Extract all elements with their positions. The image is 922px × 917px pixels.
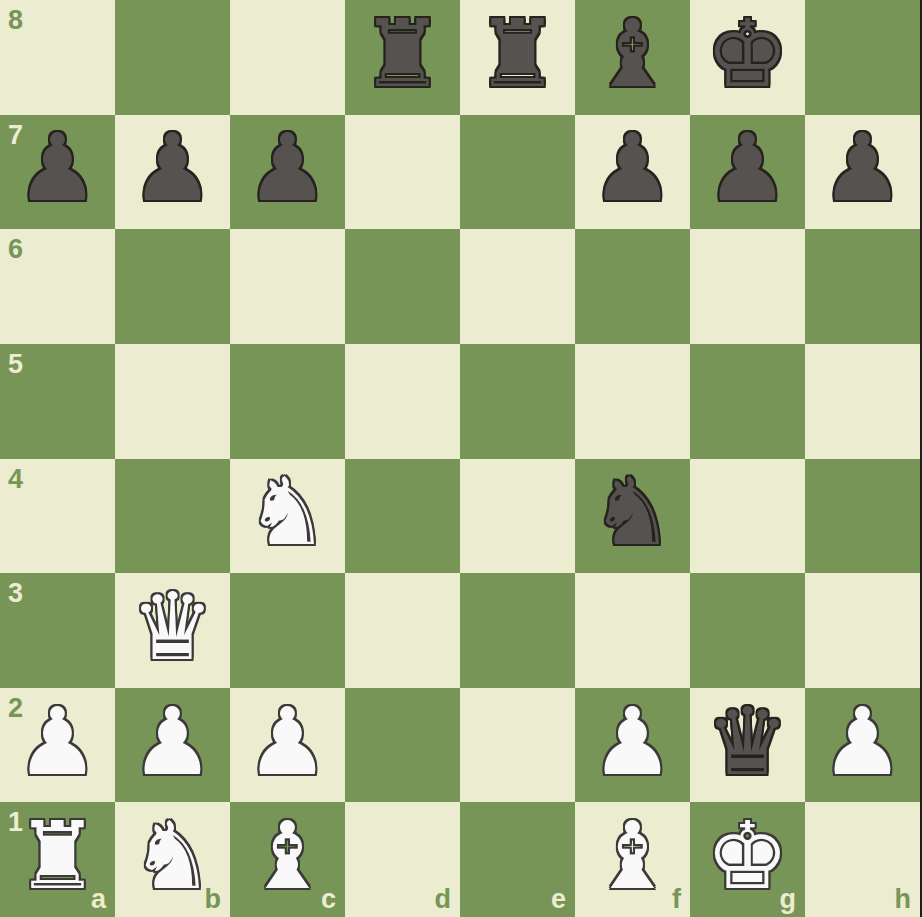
piece-black-bishop-f8[interactable]: ♝: [575, 0, 690, 115]
square-d7[interactable]: [345, 115, 460, 230]
square-g1[interactable]: g♚: [690, 802, 805, 917]
piece-black-king-g8[interactable]: ♚: [690, 0, 805, 115]
piece-white-pawn-h2[interactable]: ♟: [805, 688, 920, 803]
square-c4[interactable]: ♞: [230, 459, 345, 574]
square-d5[interactable]: [345, 344, 460, 459]
square-c7[interactable]: ♟: [230, 115, 345, 230]
rank-label-5: 5: [8, 351, 23, 378]
square-b7[interactable]: ♟: [115, 115, 230, 230]
piece-black-rook-e8[interactable]: ♜: [460, 0, 575, 115]
file-label-h: h: [895, 886, 912, 913]
square-b8[interactable]: [115, 0, 230, 115]
square-g4[interactable]: [690, 459, 805, 574]
piece-white-knight-b1[interactable]: ♞: [115, 802, 230, 917]
piece-white-bishop-c1[interactable]: ♝: [230, 802, 345, 917]
square-a6[interactable]: 6: [0, 229, 115, 344]
square-g3[interactable]: [690, 573, 805, 688]
square-f6[interactable]: [575, 229, 690, 344]
square-b4[interactable]: [115, 459, 230, 574]
square-d6[interactable]: [345, 229, 460, 344]
chess-app-stage: 8♜♜♝♚7♟♟♟♟♟♟654♞♞3♛2♟♟♟♟♛♟1a♜b♞c♝def♝g♚h: [0, 0, 922, 917]
piece-black-pawn-f7[interactable]: ♟: [575, 115, 690, 230]
piece-white-knight-c4[interactable]: ♞: [230, 459, 345, 574]
square-d3[interactable]: [345, 573, 460, 688]
piece-white-pawn-c2[interactable]: ♟: [230, 688, 345, 803]
square-g2[interactable]: ♛: [690, 688, 805, 803]
square-c5[interactable]: [230, 344, 345, 459]
square-e1[interactable]: e: [460, 802, 575, 917]
piece-white-pawn-f2[interactable]: ♟: [575, 688, 690, 803]
piece-black-pawn-h7[interactable]: ♟: [805, 115, 920, 230]
piece-white-bishop-f1[interactable]: ♝: [575, 802, 690, 917]
square-f4[interactable]: ♞: [575, 459, 690, 574]
square-c3[interactable]: [230, 573, 345, 688]
square-f5[interactable]: [575, 344, 690, 459]
piece-black-pawn-b7[interactable]: ♟: [115, 115, 230, 230]
square-f2[interactable]: ♟: [575, 688, 690, 803]
piece-black-knight-f4[interactable]: ♞: [575, 459, 690, 574]
piece-black-pawn-c7[interactable]: ♟: [230, 115, 345, 230]
chess-board: 8♜♜♝♚7♟♟♟♟♟♟654♞♞3♛2♟♟♟♟♛♟1a♜b♞c♝def♝g♚h: [0, 0, 920, 917]
square-g8[interactable]: ♚: [690, 0, 805, 115]
square-a8[interactable]: 8: [0, 0, 115, 115]
square-f7[interactable]: ♟: [575, 115, 690, 230]
piece-black-pawn-a7[interactable]: ♟: [0, 115, 115, 230]
piece-white-pawn-a2[interactable]: ♟: [0, 688, 115, 803]
square-d2[interactable]: [345, 688, 460, 803]
square-f8[interactable]: ♝: [575, 0, 690, 115]
square-e7[interactable]: [460, 115, 575, 230]
square-g7[interactable]: ♟: [690, 115, 805, 230]
rank-label-6: 6: [8, 236, 23, 263]
square-c2[interactable]: ♟: [230, 688, 345, 803]
square-e3[interactable]: [460, 573, 575, 688]
square-e6[interactable]: [460, 229, 575, 344]
square-b5[interactable]: [115, 344, 230, 459]
piece-black-rook-d8[interactable]: ♜: [345, 0, 460, 115]
square-e5[interactable]: [460, 344, 575, 459]
square-c8[interactable]: [230, 0, 345, 115]
square-h8[interactable]: [805, 0, 920, 115]
file-label-d: d: [435, 886, 452, 913]
square-e8[interactable]: ♜: [460, 0, 575, 115]
piece-white-queen-b3[interactable]: ♛: [115, 573, 230, 688]
piece-white-rook-a1[interactable]: ♜: [0, 802, 115, 917]
square-b2[interactable]: ♟: [115, 688, 230, 803]
piece-white-king-g1[interactable]: ♚: [690, 802, 805, 917]
square-d1[interactable]: d: [345, 802, 460, 917]
square-f1[interactable]: f♝: [575, 802, 690, 917]
square-e2[interactable]: [460, 688, 575, 803]
square-b3[interactable]: ♛: [115, 573, 230, 688]
piece-black-queen-g2[interactable]: ♛: [690, 688, 805, 803]
file-label-e: e: [551, 886, 566, 913]
square-b6[interactable]: [115, 229, 230, 344]
rank-label-8: 8: [8, 7, 23, 34]
square-h3[interactable]: [805, 573, 920, 688]
square-a5[interactable]: 5: [0, 344, 115, 459]
square-h4[interactable]: [805, 459, 920, 574]
square-d8[interactable]: ♜: [345, 0, 460, 115]
square-h5[interactable]: [805, 344, 920, 459]
square-h7[interactable]: ♟: [805, 115, 920, 230]
square-a4[interactable]: 4: [0, 459, 115, 574]
square-g5[interactable]: [690, 344, 805, 459]
piece-white-pawn-b2[interactable]: ♟: [115, 688, 230, 803]
piece-black-pawn-g7[interactable]: ♟: [690, 115, 805, 230]
square-c1[interactable]: c♝: [230, 802, 345, 917]
rank-label-4: 4: [8, 466, 23, 493]
square-a3[interactable]: 3: [0, 573, 115, 688]
square-g6[interactable]: [690, 229, 805, 344]
square-f3[interactable]: [575, 573, 690, 688]
square-h2[interactable]: ♟: [805, 688, 920, 803]
square-e4[interactable]: [460, 459, 575, 574]
square-a2[interactable]: 2♟: [0, 688, 115, 803]
rank-label-3: 3: [8, 580, 23, 607]
square-a7[interactable]: 7♟: [0, 115, 115, 230]
square-h6[interactable]: [805, 229, 920, 344]
square-c6[interactable]: [230, 229, 345, 344]
square-a1[interactable]: 1a♜: [0, 802, 115, 917]
square-h1[interactable]: h: [805, 802, 920, 917]
square-d4[interactable]: [345, 459, 460, 574]
square-b1[interactable]: b♞: [115, 802, 230, 917]
